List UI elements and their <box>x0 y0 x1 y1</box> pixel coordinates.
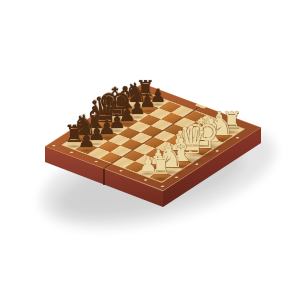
brass-screw <box>160 185 164 187</box>
brass-screw <box>118 170 122 172</box>
chess-set-photo: ♜♟♞♟♝♟♚♟♛♟♟♜♝♟♟♞♞♟♟♝♜♟♟♚♟♛♟♝♟♞♟♜ <box>0 0 291 291</box>
brass-screw <box>52 145 56 147</box>
brass-screw <box>195 163 199 165</box>
brass-screw <box>143 179 147 181</box>
brass-screw <box>94 160 98 162</box>
brass-screw <box>215 150 219 152</box>
brass-screw <box>236 137 240 139</box>
brass-screw <box>69 151 73 153</box>
brass-screw <box>175 176 179 178</box>
